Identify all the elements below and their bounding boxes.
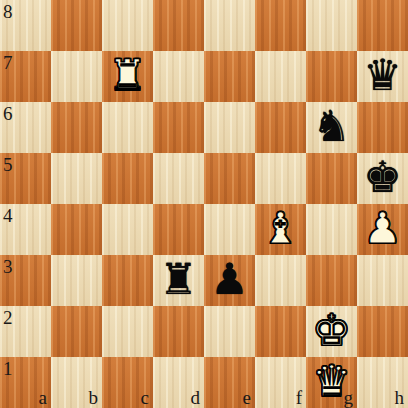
square-h2[interactable] [357, 306, 408, 357]
square-c4[interactable] [102, 204, 153, 255]
square-g8[interactable] [306, 0, 357, 51]
square-a1[interactable]: 1a [0, 357, 51, 408]
square-e8[interactable] [204, 0, 255, 51]
square-e3[interactable]: ♟ [204, 255, 255, 306]
square-e5[interactable] [204, 153, 255, 204]
square-b8[interactable] [51, 0, 102, 51]
square-a4[interactable]: 4 [0, 204, 51, 255]
file-label-c: c [141, 388, 149, 407]
square-d3[interactable]: ♜ [153, 255, 204, 306]
file-label-e: e [243, 388, 251, 407]
square-f3[interactable] [255, 255, 306, 306]
square-b2[interactable] [51, 306, 102, 357]
rank-label-3: 3 [3, 257, 13, 276]
square-g4[interactable] [306, 204, 357, 255]
square-b3[interactable] [51, 255, 102, 306]
square-d2[interactable] [153, 306, 204, 357]
square-f6[interactable] [255, 102, 306, 153]
rank-label-8: 8 [3, 2, 13, 21]
square-e6[interactable] [204, 102, 255, 153]
square-a2[interactable]: 2 [0, 306, 51, 357]
square-e2[interactable] [204, 306, 255, 357]
square-c8[interactable] [102, 0, 153, 51]
square-d1[interactable]: d [153, 357, 204, 408]
rank-label-5: 5 [3, 155, 13, 174]
square-b4[interactable] [51, 204, 102, 255]
file-label-f: f [296, 388, 302, 407]
square-d4[interactable] [153, 204, 204, 255]
square-h4[interactable]: ♟ [357, 204, 408, 255]
square-b5[interactable] [51, 153, 102, 204]
square-g2[interactable]: ♚ [306, 306, 357, 357]
square-c5[interactable] [102, 153, 153, 204]
square-d5[interactable] [153, 153, 204, 204]
square-h7[interactable]: ♛ [357, 51, 408, 102]
square-a8[interactable]: 8 [0, 0, 51, 51]
rank-label-6: 6 [3, 104, 13, 123]
square-b1[interactable]: b [51, 357, 102, 408]
black-king-h5[interactable]: ♚ [357, 153, 408, 204]
white-bishop-f4[interactable]: ♝ [255, 204, 306, 255]
square-h8[interactable] [357, 0, 408, 51]
file-label-g: g [344, 388, 354, 407]
square-c3[interactable] [102, 255, 153, 306]
square-g6[interactable]: ♞ [306, 102, 357, 153]
square-c1[interactable]: c [102, 357, 153, 408]
chess-board: 87♜♛6♞5♚4♝♟3♜♟2♚1abcdefg♛h [0, 0, 408, 408]
file-label-b: b [89, 388, 99, 407]
rank-label-7: 7 [3, 53, 13, 72]
square-c7[interactable]: ♜ [102, 51, 153, 102]
square-g3[interactable] [306, 255, 357, 306]
square-f7[interactable] [255, 51, 306, 102]
square-c6[interactable] [102, 102, 153, 153]
square-f4[interactable]: ♝ [255, 204, 306, 255]
square-f2[interactable] [255, 306, 306, 357]
square-g7[interactable] [306, 51, 357, 102]
file-label-d: d [191, 388, 201, 407]
rank-label-2: 2 [3, 308, 13, 327]
white-pawn-h4[interactable]: ♟ [357, 204, 408, 255]
square-a3[interactable]: 3 [0, 255, 51, 306]
square-h1[interactable]: h [357, 357, 408, 408]
square-f1[interactable]: f [255, 357, 306, 408]
square-b6[interactable] [51, 102, 102, 153]
square-f8[interactable] [255, 0, 306, 51]
square-e1[interactable]: e [204, 357, 255, 408]
square-d8[interactable] [153, 0, 204, 51]
file-label-h: h [395, 388, 405, 407]
square-e4[interactable] [204, 204, 255, 255]
rank-label-1: 1 [3, 359, 13, 378]
square-b7[interactable] [51, 51, 102, 102]
square-a5[interactable]: 5 [0, 153, 51, 204]
square-h6[interactable] [357, 102, 408, 153]
black-knight-g6[interactable]: ♞ [306, 102, 357, 153]
square-d7[interactable] [153, 51, 204, 102]
white-king-g2[interactable]: ♚ [306, 306, 357, 357]
white-rook-c7[interactable]: ♜ [102, 51, 153, 102]
square-a6[interactable]: 6 [0, 102, 51, 153]
square-h3[interactable] [357, 255, 408, 306]
black-pawn-e3[interactable]: ♟ [204, 255, 255, 306]
square-g5[interactable] [306, 153, 357, 204]
square-c2[interactable] [102, 306, 153, 357]
black-rook-d3[interactable]: ♜ [153, 255, 204, 306]
file-label-a: a [39, 388, 47, 407]
rank-label-4: 4 [3, 206, 13, 225]
square-a7[interactable]: 7 [0, 51, 51, 102]
black-queen-h7[interactable]: ♛ [357, 51, 408, 102]
square-h5[interactable]: ♚ [357, 153, 408, 204]
square-g1[interactable]: g♛ [306, 357, 357, 408]
square-e7[interactable] [204, 51, 255, 102]
square-f5[interactable] [255, 153, 306, 204]
square-d6[interactable] [153, 102, 204, 153]
